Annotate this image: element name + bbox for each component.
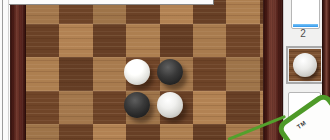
white-disc-icon (293, 53, 317, 77)
board-cell[interactable] (160, 24, 193, 57)
board-cell[interactable] (193, 24, 226, 57)
white-disc: ○ (124, 59, 150, 85)
board-cell[interactable] (59, 24, 92, 57)
trademark-label: TM (296, 120, 307, 130)
top-white-bar (9, 0, 214, 5)
board-cell[interactable] (93, 24, 126, 57)
board-cell[interactable] (226, 57, 259, 90)
board-cell[interactable] (126, 24, 159, 57)
board-cell[interactable] (226, 91, 259, 124)
board-cell[interactable]: ○ (126, 57, 159, 90)
turn-highlight-bar (293, 24, 318, 27)
board-cell[interactable]: ● (126, 91, 159, 124)
board-cell[interactable] (126, 124, 159, 140)
board-cell[interactable] (26, 124, 59, 140)
board-cell[interactable] (226, 24, 259, 57)
board-cell[interactable] (193, 91, 226, 124)
black-disc: ● (124, 92, 150, 118)
board-cell[interactable] (59, 91, 92, 124)
board-cell[interactable] (226, 0, 259, 24)
board-cell[interactable] (93, 57, 126, 90)
board-cell[interactable]: ● (160, 57, 193, 90)
opponent-tray (291, 0, 320, 29)
current-piece-tile (286, 46, 324, 84)
board-cell[interactable] (26, 24, 59, 57)
board-cell[interactable] (93, 124, 126, 140)
board-viewport: ○●●○ (26, 0, 263, 140)
board-cell[interactable] (59, 124, 92, 140)
board-cell[interactable] (26, 91, 59, 124)
board-cell[interactable] (26, 57, 59, 90)
board-cell[interactable] (93, 91, 126, 124)
disc-count-label: 2 (284, 28, 322, 39)
game-window: ○●●○ 2 TM (0, 0, 330, 140)
board-cell[interactable] (193, 124, 226, 140)
window-edge-left (0, 0, 10, 140)
board-cell[interactable]: ○ (160, 91, 193, 124)
window-edge-line (8, 0, 9, 140)
board-cell[interactable] (193, 57, 226, 90)
black-disc: ● (157, 59, 183, 85)
board-grid: ○●●○ (26, 0, 263, 140)
board-frame-left (10, 0, 26, 140)
board-cell[interactable] (59, 57, 92, 90)
board-cell[interactable] (160, 124, 193, 140)
white-disc: ○ (157, 92, 183, 118)
window-edge-line (2, 0, 3, 140)
